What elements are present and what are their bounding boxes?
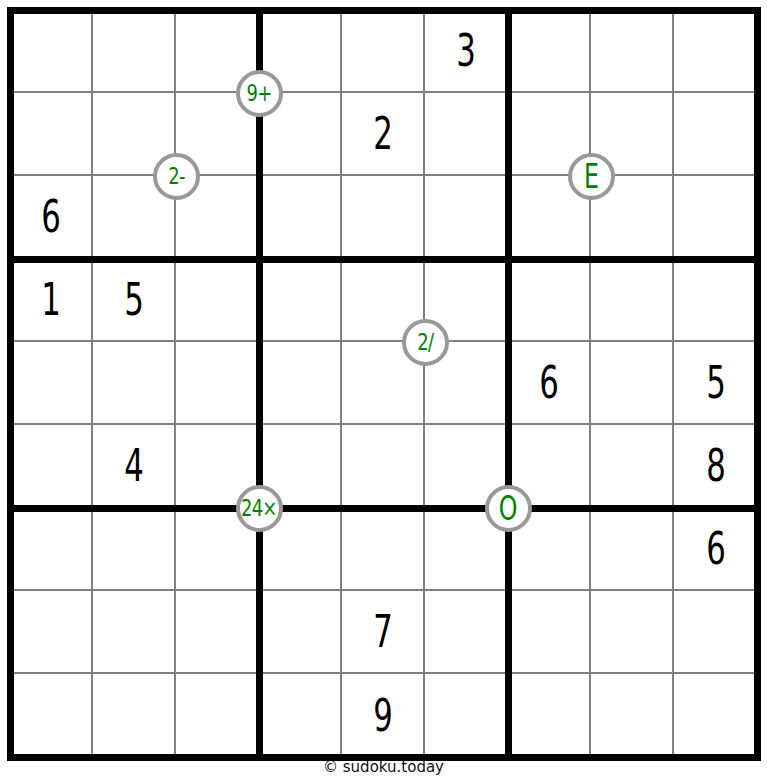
cell-r4c8[interactable]	[591, 259, 674, 342]
cell-r4c1[interactable]: 1	[10, 259, 93, 342]
given-digit: 2	[373, 112, 393, 156]
board-cells: 326156548679	[10, 10, 757, 757]
cell-r1c5[interactable]	[342, 10, 425, 93]
cell-r3c4[interactable]	[259, 176, 342, 259]
mathrax-clue-circle: 9+	[236, 70, 283, 117]
grid-line-horizontal-box-1	[7, 256, 761, 263]
cell-r5c2[interactable]	[93, 342, 176, 425]
cell-r5c4[interactable]	[259, 342, 342, 425]
cell-r3c5[interactable]	[342, 176, 425, 259]
grid-line-vertical-box-1	[256, 7, 263, 761]
cell-r6c1[interactable]	[10, 425, 93, 508]
cell-r9c9[interactable]	[674, 674, 757, 757]
cell-r5c9[interactable]: 5	[674, 342, 757, 425]
cell-r9c7[interactable]	[508, 674, 591, 757]
mathrax-clue-circle: E	[568, 153, 615, 200]
grid-line-horizontal-top-border	[7, 7, 761, 14]
cell-r8c7[interactable]	[508, 591, 591, 674]
cell-r4c2[interactable]: 5	[93, 259, 176, 342]
cell-r9c5[interactable]: 9	[342, 674, 425, 757]
given-digit: 7	[373, 610, 393, 654]
cell-r7c8[interactable]	[591, 508, 674, 591]
cell-r5c3[interactable]	[176, 342, 259, 425]
cell-r9c3[interactable]	[176, 674, 259, 757]
cell-r1c2[interactable]	[93, 10, 176, 93]
mathrax-clue-label: 2-	[168, 165, 184, 188]
mathrax-clue-label: O	[499, 492, 518, 525]
given-digit: 5	[706, 361, 726, 405]
mathrax-clue-circle: 2-	[153, 153, 200, 200]
mathrax-clue-circle: 24×	[236, 485, 283, 532]
cell-r1c8[interactable]	[591, 10, 674, 93]
cell-r8c5[interactable]: 7	[342, 591, 425, 674]
cell-r8c4[interactable]	[259, 591, 342, 674]
cell-r9c6[interactable]	[425, 674, 508, 757]
cell-r2c9[interactable]	[674, 93, 757, 176]
mathrax-clue-label: 9+	[247, 82, 272, 105]
cell-r2c6[interactable]	[425, 93, 508, 176]
cell-r6c9[interactable]: 8	[674, 425, 757, 508]
cell-r3c6[interactable]	[425, 176, 508, 259]
cell-r8c2[interactable]	[93, 591, 176, 674]
cell-r1c7[interactable]	[508, 10, 591, 93]
given-digit: 6	[706, 527, 726, 571]
cell-r7c1[interactable]	[10, 508, 93, 591]
given-digit: 1	[41, 278, 61, 322]
given-digit: 9	[373, 694, 393, 738]
grid-line-vertical-box-2	[505, 7, 512, 761]
mathrax-clue-label: 2/	[417, 331, 433, 354]
cell-r9c8[interactable]	[591, 674, 674, 757]
mathrax-clue-circle: 2/	[402, 319, 449, 366]
cell-r1c6[interactable]: 3	[425, 10, 508, 93]
cell-r6c2[interactable]: 4	[93, 425, 176, 508]
cell-r9c2[interactable]	[93, 674, 176, 757]
cell-r5c8[interactable]	[591, 342, 674, 425]
cell-r8c9[interactable]	[674, 591, 757, 674]
cell-r8c6[interactable]	[425, 591, 508, 674]
given-digit: 6	[539, 361, 559, 405]
cell-r7c9[interactable]: 6	[674, 508, 757, 591]
mathrax-clue-circle: O	[485, 485, 532, 532]
cell-r8c3[interactable]	[176, 591, 259, 674]
cell-r8c8[interactable]	[591, 591, 674, 674]
sudoku-board: 326156548679 9+2-E2/24×O	[10, 10, 757, 757]
given-digit: 4	[124, 444, 144, 488]
cell-r4c7[interactable]	[508, 259, 591, 342]
cell-r3c9[interactable]	[674, 176, 757, 259]
grid-line-horizontal-box-2	[7, 505, 761, 512]
given-digit: 5	[124, 278, 144, 322]
cell-r7c2[interactable]	[93, 508, 176, 591]
cell-r4c9[interactable]	[674, 259, 757, 342]
copyright-text: © sudoku.today	[10, 759, 757, 776]
given-digit: 8	[706, 444, 726, 488]
cell-r9c1[interactable]	[10, 674, 93, 757]
grid-line-horizontal-bottom-border	[7, 754, 761, 761]
mathrax-clue-label: 24×	[241, 497, 277, 520]
cell-r6c5[interactable]	[342, 425, 425, 508]
cell-r3c1[interactable]: 6	[10, 176, 93, 259]
cell-r8c1[interactable]	[10, 591, 93, 674]
cell-r1c9[interactable]	[674, 10, 757, 93]
cell-r4c4[interactable]	[259, 259, 342, 342]
given-digit: 6	[41, 195, 61, 239]
cell-r2c1[interactable]	[10, 93, 93, 176]
cell-r5c1[interactable]	[10, 342, 93, 425]
cell-r4c3[interactable]	[176, 259, 259, 342]
cell-r2c5[interactable]: 2	[342, 93, 425, 176]
cell-r6c8[interactable]	[591, 425, 674, 508]
cell-r9c4[interactable]	[259, 674, 342, 757]
cell-r7c5[interactable]	[342, 508, 425, 591]
given-digit: 3	[456, 29, 476, 73]
cell-r1c1[interactable]	[10, 10, 93, 93]
grid-line-vertical-left-border	[7, 7, 14, 761]
cell-r5c7[interactable]: 6	[508, 342, 591, 425]
grid-line-vertical-right-border	[754, 7, 761, 761]
puzzle-page: 326156548679 9+2-E2/24×O © sudoku.today	[0, 0, 767, 777]
mathrax-clue-label: E	[583, 160, 598, 193]
